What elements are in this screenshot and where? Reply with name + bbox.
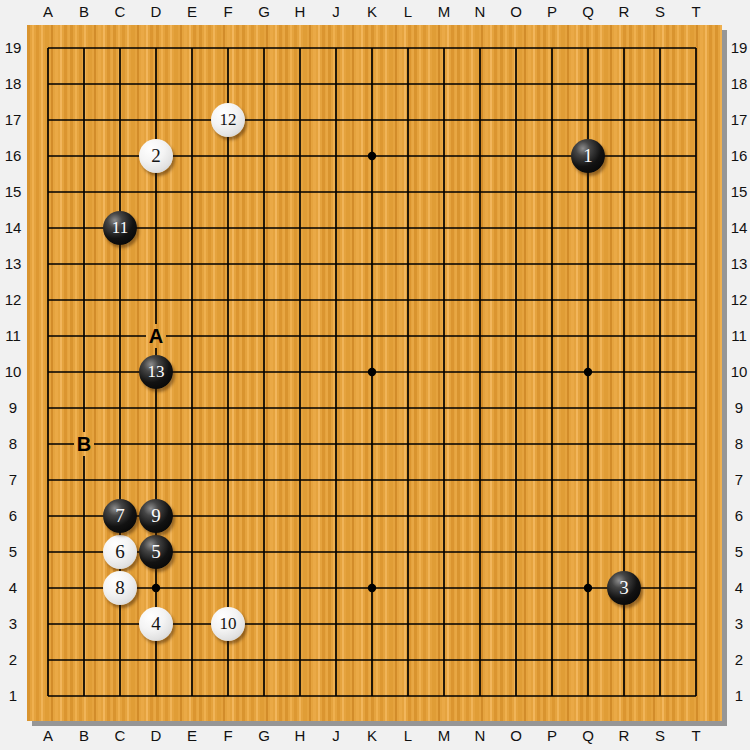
coord-label: D	[144, 3, 168, 21]
coord-label: 18	[728, 75, 750, 93]
coord-label: 6	[0, 507, 26, 525]
coord-label: O	[504, 727, 528, 745]
coord-label: H	[288, 727, 312, 745]
coord-label: T	[684, 3, 708, 21]
stone-number: 7	[115, 505, 125, 527]
stone-white: 2	[139, 139, 173, 173]
stone-black: 5	[139, 535, 173, 569]
stone-black: 3	[607, 571, 641, 605]
coord-label: 4	[0, 579, 26, 597]
coord-label: K	[360, 3, 384, 21]
coord-label: T	[684, 727, 708, 745]
coord-label: 15	[728, 183, 750, 201]
stone-number: 8	[115, 577, 125, 599]
coord-label: D	[144, 727, 168, 745]
stone-number: 4	[151, 613, 161, 635]
stones-layer: 12345678910111213AB	[27, 25, 722, 721]
coord-label: 6	[728, 507, 750, 525]
coord-label: C	[108, 727, 132, 745]
coord-label: 8	[0, 435, 26, 453]
coord-label: E	[180, 3, 204, 21]
coord-label: 9	[0, 399, 26, 417]
coord-label: 7	[728, 471, 750, 489]
coord-label: 16	[728, 147, 750, 165]
coord-label: J	[324, 3, 348, 21]
board-mark: B	[72, 432, 96, 456]
coord-label: 11	[0, 327, 26, 345]
stone-black: 11	[103, 211, 137, 245]
coord-label: 12	[0, 291, 26, 309]
coord-label: M	[432, 3, 456, 21]
coord-label: 7	[0, 471, 26, 489]
coord-label: P	[540, 727, 564, 745]
stone-number: 3	[619, 577, 629, 599]
coord-label: 4	[728, 579, 750, 597]
stone-white: 10	[211, 607, 245, 641]
coord-label: L	[396, 727, 420, 745]
coord-label: A	[36, 727, 60, 745]
stone-number: 5	[151, 541, 161, 563]
coord-label: 5	[728, 543, 750, 561]
stone-number: 1	[583, 145, 593, 167]
coord-label: R	[612, 727, 636, 745]
coord-label: 3	[728, 615, 750, 633]
coord-label: A	[36, 3, 60, 21]
stone-white: 8	[103, 571, 137, 605]
coord-label: E	[180, 727, 204, 745]
stone-white: 4	[139, 607, 173, 641]
coord-label: 2	[0, 651, 26, 669]
coord-label: 1	[728, 687, 750, 705]
stone-number: 10	[220, 614, 237, 634]
coord-label: 17	[728, 111, 750, 129]
coord-label: M	[432, 727, 456, 745]
coord-label: 13	[0, 255, 26, 273]
coord-label: 11	[728, 327, 750, 345]
coord-label: 10	[0, 363, 26, 381]
coord-label: S	[648, 727, 672, 745]
coord-label: C	[108, 3, 132, 21]
coord-label: B	[72, 727, 96, 745]
stone-black: 9	[139, 499, 173, 533]
stone-number: 2	[151, 145, 161, 167]
coord-label: 19	[0, 39, 26, 57]
coord-label: 14	[0, 219, 26, 237]
coord-label: G	[252, 3, 276, 21]
coord-label: F	[216, 3, 240, 21]
coord-label: 2	[728, 651, 750, 669]
coord-label: 13	[728, 255, 750, 273]
stone-black: 1	[571, 139, 605, 173]
stone-number: 6	[115, 541, 125, 563]
coord-label: 15	[0, 183, 26, 201]
coord-label: 12	[728, 291, 750, 309]
coord-label: J	[324, 727, 348, 745]
coord-label: N	[468, 727, 492, 745]
coord-label: K	[360, 727, 384, 745]
stone-black: 13	[139, 355, 173, 389]
stone-number: 13	[148, 362, 165, 382]
coord-label: Q	[576, 3, 600, 21]
coord-label: O	[504, 3, 528, 21]
coord-label: 8	[728, 435, 750, 453]
coord-label: 18	[0, 75, 26, 93]
coord-label: 17	[0, 111, 26, 129]
board-mark: A	[144, 324, 168, 348]
coord-label: 10	[728, 363, 750, 381]
stone-black: 7	[103, 499, 137, 533]
stone-number: 11	[112, 218, 128, 238]
coord-label: R	[612, 3, 636, 21]
stone-number: 12	[220, 110, 237, 130]
coord-label: 14	[728, 219, 750, 237]
coord-label: Q	[576, 727, 600, 745]
coord-label: 9	[728, 399, 750, 417]
stone-white: 6	[103, 535, 137, 569]
coord-label: 5	[0, 543, 26, 561]
coord-label: B	[72, 3, 96, 21]
coord-label: 3	[0, 615, 26, 633]
coord-label: 19	[728, 39, 750, 57]
coord-label: L	[396, 3, 420, 21]
coord-label: F	[216, 727, 240, 745]
coord-label: S	[648, 3, 672, 21]
stone-white: 12	[211, 103, 245, 137]
coord-label: P	[540, 3, 564, 21]
coord-label: N	[468, 3, 492, 21]
coord-label: 16	[0, 147, 26, 165]
go-diagram: 12345678910111213AB AABBCCDDEEFFGGHHJJKK…	[0, 0, 750, 750]
coord-label: G	[252, 727, 276, 745]
stone-number: 9	[151, 505, 161, 527]
coord-label: 1	[0, 687, 26, 705]
go-board[interactable]: 12345678910111213AB	[27, 25, 722, 721]
coord-label: H	[288, 3, 312, 21]
